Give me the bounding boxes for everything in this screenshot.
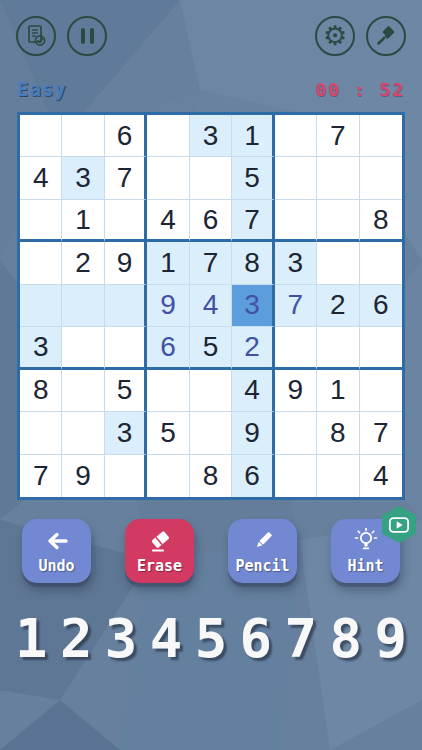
cell-r5c9[interactable]: 6 [360,285,402,327]
cell-r3c9[interactable]: 8 [360,200,402,242]
difficulty-label: Easy [17,78,67,100]
cell-r5c7[interactable]: 7 [275,285,317,327]
cell-r9c7[interactable] [275,455,317,497]
cell-r5c1[interactable] [20,285,62,327]
cell-r9c6[interactable]: 6 [232,455,274,497]
undo-button[interactable]: Undo [22,519,91,583]
cell-r9c3[interactable] [105,455,147,497]
cell-r7c5[interactable] [190,370,232,412]
cell-r3c6[interactable]: 7 [232,200,274,242]
cell-r6c9[interactable] [360,327,402,369]
cell-r2c5[interactable] [190,157,232,199]
settings-gear-icon[interactable]: ⚙ [315,16,355,56]
cell-r5c6[interactable]: 3 [232,285,274,327]
cell-r7c4[interactable] [147,370,189,412]
cell-r5c8[interactable]: 2 [317,285,359,327]
cell-r2c8[interactable] [317,157,359,199]
cell-r2c9[interactable] [360,157,402,199]
cell-r9c9[interactable]: 4 [360,455,402,497]
cell-r1c7[interactable] [275,115,317,157]
document-check-icon[interactable] [16,16,56,56]
cell-r1c2[interactable] [62,115,104,157]
numpad-key-7[interactable]: 7 [285,612,318,666]
cell-r7c9[interactable] [360,370,402,412]
cell-r1c9[interactable] [360,115,402,157]
cell-r6c7[interactable] [275,327,317,369]
numpad-key-1[interactable]: 1 [15,612,48,666]
pause-bars-glyph [81,28,94,44]
cell-r7c1[interactable]: 8 [20,370,62,412]
cell-r8c2[interactable] [62,412,104,454]
cell-r8c9[interactable]: 7 [360,412,402,454]
erase-label: Erase [137,557,182,575]
cell-r3c5[interactable]: 6 [190,200,232,242]
info-row: Easy 00 : 52 [0,76,422,102]
cell-r1c5[interactable]: 3 [190,115,232,157]
numpad-key-8[interactable]: 8 [329,612,362,666]
hint-button[interactable]: Hint [331,519,400,583]
cell-r3c8[interactable] [317,200,359,242]
cell-r1c4[interactable] [147,115,189,157]
numpad-key-9[interactable]: 9 [374,612,407,666]
cell-r9c4[interactable] [147,455,189,497]
undo-arrow-icon [43,528,71,554]
cell-r6c6[interactable]: 2 [232,327,274,369]
hint-bulb-icon [352,528,380,554]
numpad-key-2[interactable]: 2 [60,612,93,666]
erase-button[interactable]: Erase [125,519,194,583]
number-pad: 123456789 [0,612,422,666]
cell-r8c4[interactable]: 5 [147,412,189,454]
cell-r8c8[interactable]: 8 [317,412,359,454]
undo-label: Undo [38,557,74,575]
cell-r7c8[interactable]: 1 [317,370,359,412]
cell-r5c4[interactable]: 9 [147,285,189,327]
pencil-icon [250,528,276,554]
cell-r8c1[interactable] [20,412,62,454]
cell-r7c3[interactable]: 5 [105,370,147,412]
cell-r9c1[interactable]: 7 [20,455,62,497]
cell-r4c3[interactable]: 9 [105,242,147,284]
brush-glyph [373,23,399,49]
hint-label: Hint [347,557,383,575]
cell-r7c2[interactable] [62,370,104,412]
pause-icon[interactable] [67,16,107,56]
cell-r3c3[interactable] [105,200,147,242]
cell-r8c7[interactable] [275,412,317,454]
eraser-icon [146,528,174,554]
cell-r2c3[interactable]: 7 [105,157,147,199]
cell-r8c3[interactable]: 3 [105,412,147,454]
cell-r6c8[interactable] [317,327,359,369]
cell-r6c3[interactable] [105,327,147,369]
document-check-glyph [23,23,49,49]
cell-r2c7[interactable] [275,157,317,199]
cell-r2c1[interactable]: 4 [20,157,62,199]
cell-r4c9[interactable] [360,242,402,284]
cell-r7c7[interactable]: 9 [275,370,317,412]
cell-r4c1[interactable] [20,242,62,284]
numpad-key-5[interactable]: 5 [195,612,228,666]
cell-r1c3[interactable]: 6 [105,115,147,157]
paint-brush-icon[interactable] [366,16,406,56]
cell-r4c6[interactable]: 8 [232,242,274,284]
gear-glyph: ⚙ [323,22,347,49]
cell-r4c7[interactable]: 3 [275,242,317,284]
cell-r4c5[interactable]: 7 [190,242,232,284]
cell-r6c2[interactable] [62,327,104,369]
cell-r6c4[interactable]: 6 [147,327,189,369]
cell-r4c8[interactable] [317,242,359,284]
cell-r4c4[interactable]: 1 [147,242,189,284]
toolbar: Undo Erase Pencil [0,519,422,583]
cell-r5c3[interactable] [105,285,147,327]
cell-r1c1[interactable] [20,115,62,157]
cell-r6c5[interactable]: 5 [190,327,232,369]
cell-r3c7[interactable] [275,200,317,242]
cell-r8c6[interactable]: 9 [232,412,274,454]
cell-r1c6[interactable]: 1 [232,115,274,157]
cell-r4c2[interactable]: 2 [62,242,104,284]
cell-r5c2[interactable] [62,285,104,327]
cell-r9c5[interactable]: 8 [190,455,232,497]
cell-r9c2[interactable]: 9 [62,455,104,497]
cell-r2c2[interactable]: 3 [62,157,104,199]
header-bar: ⚙ [0,16,422,60]
pencil-label: Pencil [235,557,289,575]
numpad-key-6[interactable]: 6 [240,612,273,666]
cell-r1c8[interactable]: 7 [317,115,359,157]
cell-r2c6[interactable]: 5 [232,157,274,199]
cell-r5c5[interactable]: 4 [190,285,232,327]
header-right-icons: ⚙ [315,16,406,60]
cell-r2c4[interactable] [147,157,189,199]
cell-r3c4[interactable]: 4 [147,200,189,242]
timer-value: 00 : 52 [315,79,405,100]
cell-r8c5[interactable] [190,412,232,454]
sudoku-board: 6317437514678291783943726365285491359877… [17,112,405,500]
cell-r9c8[interactable] [317,455,359,497]
numpad-key-3[interactable]: 3 [105,612,138,666]
cell-r3c2[interactable]: 1 [62,200,104,242]
pencil-button[interactable]: Pencil [228,519,297,583]
cell-r6c1[interactable]: 3 [20,327,62,369]
cell-r3c1[interactable] [20,200,62,242]
numpad-key-4[interactable]: 4 [150,612,183,666]
cell-r7c6[interactable]: 4 [232,370,274,412]
header-left-icons [16,16,107,60]
